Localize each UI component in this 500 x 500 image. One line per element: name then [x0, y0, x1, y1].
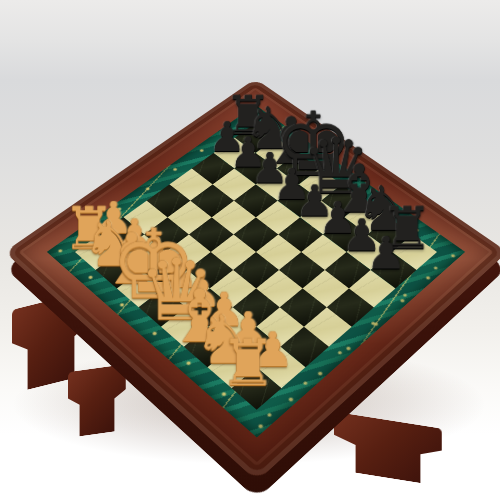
perspective-scene: ♜♞♝♚♛♝♞♜♟♟♟♟♟♟♟♟♟♟♟♟♟♟♟♟♜♞♝♚♛♝♞♜ — [0, 0, 500, 500]
chess-board-assembly: ♜♞♝♚♛♝♞♜♟♟♟♟♟♟♟♟♟♟♟♟♟♟♟♟♜♞♝♚♛♝♞♜ — [4, 79, 500, 482]
photo-stage: ♜♞♝♚♛♝♞♜♟♟♟♟♟♟♟♟♟♟♟♟♟♟♟♟♜♞♝♚♛♝♞♜ — [0, 0, 500, 500]
